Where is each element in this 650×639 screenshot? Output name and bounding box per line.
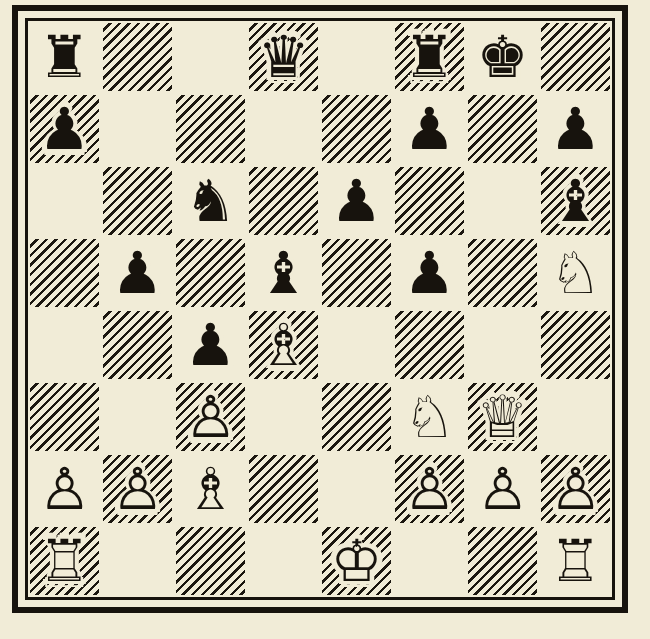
- square-f1: [393, 525, 466, 597]
- white-bishop-d4: ♝♗: [247, 309, 320, 381]
- piece-glyph: ♛: [247, 21, 320, 93]
- square-d6: [247, 165, 320, 237]
- square-c7: [174, 93, 247, 165]
- square-d2: [247, 453, 320, 525]
- square-e7: [320, 93, 393, 165]
- white-pawn-a2: ♟♙: [28, 453, 101, 525]
- piece-glyph: ♖: [539, 525, 612, 597]
- square-f8: ♜♜: [393, 21, 466, 93]
- square-a5: [28, 237, 101, 309]
- black-king-g8: ♚♚: [466, 21, 539, 93]
- square-g3: ♛♕: [466, 381, 539, 453]
- square-b7: [101, 93, 174, 165]
- black-pawn-f7: ♟♟: [393, 93, 466, 165]
- square-h1: ♜♖: [539, 525, 612, 597]
- white-pawn-f2: ♟♙: [393, 453, 466, 525]
- white-pawn-b2: ♟♙: [101, 453, 174, 525]
- piece-glyph: ♙: [28, 453, 101, 525]
- black-rook-f8: ♜♜: [393, 21, 466, 93]
- square-f6: [393, 165, 466, 237]
- square-b5: ♟♟: [101, 237, 174, 309]
- piece-glyph: ♙: [101, 453, 174, 525]
- piece-glyph: ♞: [174, 165, 247, 237]
- square-e8: [320, 21, 393, 93]
- piece-glyph: ♖: [28, 525, 101, 597]
- square-h8: [539, 21, 612, 93]
- square-f3: ♞♘: [393, 381, 466, 453]
- square-c5: [174, 237, 247, 309]
- black-pawn-h7: ♟♟: [539, 93, 612, 165]
- square-h2: ♟♙: [539, 453, 612, 525]
- square-b6: [101, 165, 174, 237]
- piece-glyph: ♝: [539, 165, 612, 237]
- white-pawn-g2: ♟♙: [466, 453, 539, 525]
- square-d3: [247, 381, 320, 453]
- piece-glyph: ♟: [539, 93, 612, 165]
- white-bishop-c2: ♝♗: [174, 453, 247, 525]
- square-c8: [174, 21, 247, 93]
- piece-glyph: ♜: [28, 21, 101, 93]
- square-a8: ♜♜: [28, 21, 101, 93]
- square-c4: ♟♟: [174, 309, 247, 381]
- square-h3: [539, 381, 612, 453]
- square-e2: [320, 453, 393, 525]
- piece-glyph: ♗: [174, 453, 247, 525]
- square-g5: [466, 237, 539, 309]
- square-e4: [320, 309, 393, 381]
- black-bishop-h6: ♝♝: [539, 165, 612, 237]
- white-king-e1: ♚♔: [320, 525, 393, 597]
- square-g1: [466, 525, 539, 597]
- piece-glyph: ♘: [393, 381, 466, 453]
- square-a6: [28, 165, 101, 237]
- square-b1: [101, 525, 174, 597]
- white-queen-g3: ♛♕: [466, 381, 539, 453]
- black-knight-c6: ♞♞: [174, 165, 247, 237]
- piece-glyph: ♙: [393, 453, 466, 525]
- square-b3: [101, 381, 174, 453]
- white-knight-f3: ♞♘: [393, 381, 466, 453]
- square-f2: ♟♙: [393, 453, 466, 525]
- square-b4: [101, 309, 174, 381]
- square-g4: [466, 309, 539, 381]
- piece-glyph: ♝: [247, 237, 320, 309]
- square-g2: ♟♙: [466, 453, 539, 525]
- square-a2: ♟♙: [28, 453, 101, 525]
- white-pawn-c3: ♟♙: [174, 381, 247, 453]
- piece-glyph: ♙: [174, 381, 247, 453]
- piece-glyph: ♔: [320, 525, 393, 597]
- piece-glyph: ♟: [393, 93, 466, 165]
- square-f7: ♟♟: [393, 93, 466, 165]
- black-pawn-c4: ♟♟: [174, 309, 247, 381]
- square-d5: ♝♝: [247, 237, 320, 309]
- square-b2: ♟♙: [101, 453, 174, 525]
- piece-glyph: ♕: [466, 381, 539, 453]
- chess-board-inner-border: ♜♜♛♛♜♜♚♚♟♟♟♟♟♟♞♞♟♟♝♝♟♟♝♝♟♟♞♘♟♟♝♗♟♙♞♘♛♕♟♙…: [25, 18, 615, 600]
- square-d8: ♛♛: [247, 21, 320, 93]
- square-c2: ♝♗: [174, 453, 247, 525]
- white-knight-h5: ♞♘: [539, 237, 612, 309]
- square-e5: [320, 237, 393, 309]
- square-f5: ♟♟: [393, 237, 466, 309]
- piece-glyph: ♜: [393, 21, 466, 93]
- piece-glyph: ♚: [466, 21, 539, 93]
- white-pawn-h2: ♟♙: [539, 453, 612, 525]
- piece-glyph: ♙: [466, 453, 539, 525]
- square-g6: [466, 165, 539, 237]
- white-rook-a1: ♜♖: [28, 525, 101, 597]
- piece-glyph: ♟: [28, 93, 101, 165]
- square-d7: [247, 93, 320, 165]
- square-a1: ♜♖: [28, 525, 101, 597]
- piece-glyph: ♟: [101, 237, 174, 309]
- black-pawn-b5: ♟♟: [101, 237, 174, 309]
- square-b8: [101, 21, 174, 93]
- square-a4: [28, 309, 101, 381]
- black-queen-d8: ♛♛: [247, 21, 320, 93]
- piece-glyph: ♟: [393, 237, 466, 309]
- piece-glyph: ♙: [539, 453, 612, 525]
- black-pawn-f5: ♟♟: [393, 237, 466, 309]
- square-g8: ♚♚: [466, 21, 539, 93]
- black-pawn-a7: ♟♟: [28, 93, 101, 165]
- piece-glyph: ♟: [174, 309, 247, 381]
- piece-glyph: ♟: [320, 165, 393, 237]
- square-c1: [174, 525, 247, 597]
- square-h6: ♝♝: [539, 165, 612, 237]
- square-d4: ♝♗: [247, 309, 320, 381]
- piece-glyph: ♗: [247, 309, 320, 381]
- square-c6: ♞♞: [174, 165, 247, 237]
- black-rook-a8: ♜♜: [28, 21, 101, 93]
- square-h4: [539, 309, 612, 381]
- black-pawn-e6: ♟♟: [320, 165, 393, 237]
- square-e1: ♚♔: [320, 525, 393, 597]
- chess-board-frame: ♜♜♛♛♜♜♚♚♟♟♟♟♟♟♞♞♟♟♝♝♟♟♝♝♟♟♞♘♟♟♝♗♟♙♞♘♛♕♟♙…: [12, 5, 628, 613]
- white-rook-h1: ♜♖: [539, 525, 612, 597]
- square-a3: [28, 381, 101, 453]
- square-a7: ♟♟: [28, 93, 101, 165]
- square-d1: [247, 525, 320, 597]
- chess-board: ♜♜♛♛♜♜♚♚♟♟♟♟♟♟♞♞♟♟♝♝♟♟♝♝♟♟♞♘♟♟♝♗♟♙♞♘♛♕♟♙…: [28, 21, 612, 597]
- square-e3: [320, 381, 393, 453]
- piece-glyph: ♘: [539, 237, 612, 309]
- black-bishop-d5: ♝♝: [247, 237, 320, 309]
- square-h7: ♟♟: [539, 93, 612, 165]
- square-e6: ♟♟: [320, 165, 393, 237]
- square-h5: ♞♘: [539, 237, 612, 309]
- square-c3: ♟♙: [174, 381, 247, 453]
- square-g7: [466, 93, 539, 165]
- square-f4: [393, 309, 466, 381]
